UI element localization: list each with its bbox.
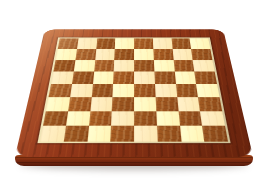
board-square xyxy=(87,126,111,142)
board-square xyxy=(155,97,178,111)
board-square xyxy=(112,97,134,111)
board-square xyxy=(190,38,211,48)
board-square xyxy=(171,38,191,48)
board-square xyxy=(51,72,74,84)
board-square xyxy=(74,60,95,72)
board-square xyxy=(40,126,66,142)
board-square xyxy=(63,126,88,142)
board-square xyxy=(202,126,228,142)
board-square xyxy=(193,60,215,72)
board-square xyxy=(134,60,154,72)
board-square xyxy=(177,97,200,111)
board-square xyxy=(134,49,154,60)
board-square xyxy=(115,38,134,48)
board-square xyxy=(172,49,193,60)
board-square xyxy=(91,84,113,97)
board-square xyxy=(75,49,96,60)
board-square xyxy=(96,38,116,48)
board-square xyxy=(134,38,153,48)
board-square xyxy=(153,38,173,48)
board-square xyxy=(179,126,204,142)
board-square xyxy=(89,111,112,126)
board-square xyxy=(111,111,134,126)
board-square xyxy=(134,97,156,111)
board-square xyxy=(113,84,134,97)
board-square xyxy=(196,84,219,97)
board-square xyxy=(194,72,217,84)
board-square xyxy=(46,97,70,111)
board-square xyxy=(77,38,97,48)
board-square xyxy=(176,84,199,97)
chess-board xyxy=(15,29,253,157)
board-square xyxy=(134,84,155,97)
board-photo-scene xyxy=(0,0,267,181)
board-square xyxy=(156,111,179,126)
board-square xyxy=(48,84,71,97)
board-square xyxy=(43,111,68,126)
board-square xyxy=(53,60,75,72)
board-square xyxy=(66,111,90,126)
board-square xyxy=(58,38,79,48)
board-square xyxy=(134,126,158,142)
board-square xyxy=(191,49,212,60)
board-square xyxy=(155,84,177,97)
playing-area xyxy=(37,37,230,143)
board-square xyxy=(154,60,175,72)
board-square xyxy=(68,97,91,111)
board-square xyxy=(94,60,115,72)
board-square xyxy=(113,72,134,84)
board-square xyxy=(200,111,225,126)
board-square xyxy=(95,49,115,60)
board-square xyxy=(154,72,175,84)
board-square xyxy=(93,72,114,84)
board-square xyxy=(157,126,181,142)
board-square xyxy=(114,60,134,72)
board-square xyxy=(114,49,134,60)
board-square xyxy=(198,97,222,111)
board-square xyxy=(153,49,173,60)
board-square xyxy=(134,111,157,126)
board-square xyxy=(110,126,134,142)
board-square xyxy=(70,84,93,97)
board-square xyxy=(134,72,155,84)
board-square xyxy=(178,111,202,126)
board-square xyxy=(90,97,113,111)
board-square xyxy=(174,72,196,84)
board-square xyxy=(56,49,77,60)
board-square xyxy=(72,72,94,84)
board-square xyxy=(173,60,194,72)
